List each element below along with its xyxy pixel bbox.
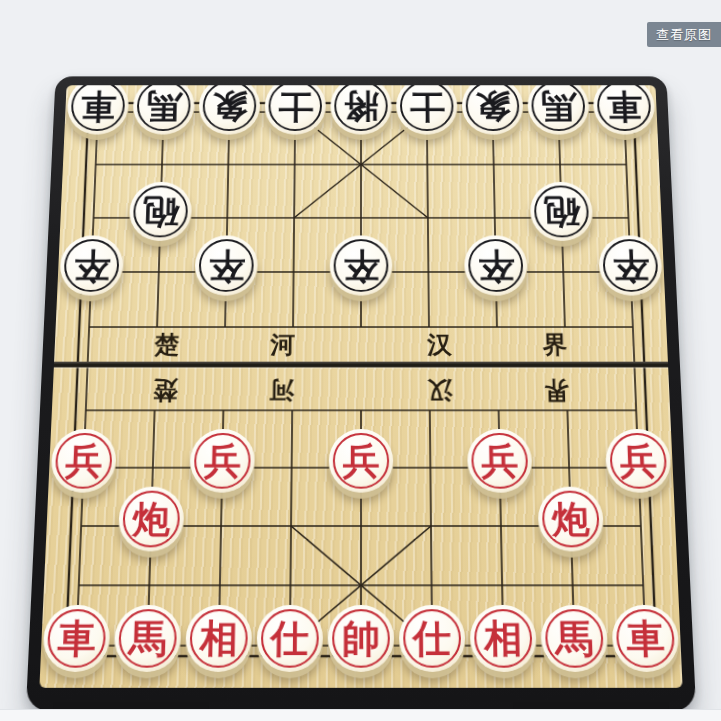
- piece-red-general[interactable]: 帥: [328, 605, 394, 672]
- river-char: 界: [544, 375, 570, 404]
- piece-glyph-red-soldier: 兵: [342, 442, 379, 479]
- xiangqi-board: 楚河 汉界 楚河 汉界 車馬象士將士象馬車砲砲卒卒卒卒卒兵兵兵兵兵炮炮車馬相仕帥…: [26, 76, 696, 711]
- product-photo: 楚河 汉界 楚河 汉界 車馬象士將士象馬車砲砲卒卒卒卒卒兵兵兵兵兵炮炮車馬相仕帥…: [0, 0, 721, 721]
- river-text-han-jie: 汉界: [427, 331, 568, 360]
- piece-red-soldier[interactable]: 兵: [329, 429, 394, 493]
- piece-glyph-red-soldier: 兵: [203, 442, 241, 479]
- river-text-han-jie-rotated: 汉界: [427, 375, 569, 404]
- piece-glyph-red-advisor: 仕: [271, 619, 310, 658]
- river-char: 汉: [427, 375, 452, 404]
- river-char: 汉: [427, 331, 452, 360]
- board-fold-hinge: [54, 362, 668, 368]
- piece-black-soldier[interactable]: 卒: [464, 235, 528, 295]
- board-grid: [39, 85, 682, 688]
- piece-red-advisor[interactable]: 仕: [256, 605, 323, 672]
- photo-bottom-band: [0, 709, 721, 721]
- piece-red-soldier[interactable]: 兵: [467, 429, 533, 493]
- piece-glyph-red-elephant: 相: [199, 619, 238, 658]
- piece-glyph-red-elephant: 相: [484, 619, 523, 658]
- board-surface: 楚河 汉界 楚河 汉界 車馬象士將士象馬車砲砲卒卒卒卒卒兵兵兵兵兵炮炮車馬相仕帥…: [39, 85, 682, 688]
- piece-glyph-red-horse: 馬: [555, 619, 594, 658]
- piece-red-elephant[interactable]: 相: [470, 605, 537, 672]
- view-original-badge[interactable]: 查看原图: [647, 22, 721, 47]
- piece-glyph-red-cannon: 炮: [132, 500, 171, 537]
- piece-glyph-black-soldier: 卒: [477, 248, 514, 283]
- piece-glyph-red-soldier: 兵: [481, 442, 519, 479]
- piece-glyph-red-soldier: 兵: [619, 442, 658, 479]
- river-char: 楚: [153, 375, 179, 404]
- piece-glyph-red-horse: 馬: [128, 619, 167, 658]
- piece-glyph-black-soldier: 卒: [73, 248, 111, 283]
- piece-glyph-black-soldier: 卒: [208, 248, 245, 283]
- piece-black-soldier[interactable]: 卒: [330, 235, 393, 295]
- piece-glyph-black-cannon: 砲: [142, 194, 179, 228]
- piece-glyph-black-chariot: 車: [606, 89, 643, 122]
- piece-glyph-black-horse: 馬: [540, 89, 576, 122]
- piece-glyph-black-cannon: 砲: [543, 194, 580, 228]
- piece-glyph-black-advisor: 士: [277, 89, 313, 122]
- river-char: 界: [542, 331, 568, 360]
- piece-glyph-red-general: 帥: [342, 619, 380, 658]
- piece-glyph-red-soldier: 兵: [64, 442, 103, 479]
- piece-glyph-black-chariot: 車: [80, 89, 117, 122]
- piece-black-cannon[interactable]: 砲: [530, 182, 594, 241]
- piece-glyph-red-cannon: 炮: [551, 500, 590, 537]
- river-char: 河: [269, 375, 294, 404]
- river-char: 楚: [154, 331, 180, 360]
- piece-glyph-black-elephant: 象: [212, 89, 248, 122]
- piece-glyph-red-chariot: 車: [626, 619, 666, 658]
- piece-glyph-black-general: 將: [343, 89, 378, 122]
- piece-red-advisor[interactable]: 仕: [399, 605, 466, 672]
- piece-glyph-black-elephant: 象: [475, 89, 511, 122]
- piece-glyph-black-soldier: 卒: [612, 248, 650, 283]
- piece-glyph-red-chariot: 車: [57, 619, 97, 658]
- piece-glyph-black-soldier: 卒: [343, 248, 379, 283]
- piece-glyph-black-horse: 馬: [146, 89, 182, 122]
- river-text-chu-he-rotated: 楚河: [153, 375, 295, 404]
- river-text-chu-he: 楚河: [154, 331, 295, 360]
- piece-glyph-red-advisor: 仕: [413, 619, 452, 658]
- river-char: 河: [270, 331, 295, 360]
- piece-glyph-black-advisor: 士: [409, 89, 445, 122]
